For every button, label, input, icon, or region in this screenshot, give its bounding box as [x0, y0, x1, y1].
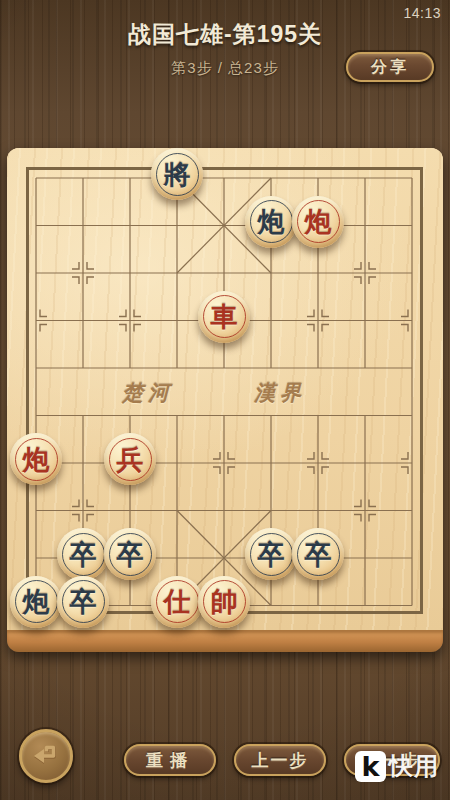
- piece-glyph: 卒: [258, 541, 285, 568]
- xiangqi-board[interactable]: 楚河 漢界 將炮炮車炮兵卒卒卒卒炮卒仕帥: [7, 148, 443, 652]
- piece-glyph: 炮: [258, 208, 285, 235]
- piece-black-卒[interactable]: 卒: [57, 576, 109, 628]
- piece-black-炮[interactable]: 炮: [245, 196, 297, 248]
- piece-black-卒[interactable]: 卒: [292, 528, 344, 580]
- piece-black-卒[interactable]: 卒: [57, 528, 109, 580]
- piece-red-炮[interactable]: 炮: [10, 433, 62, 485]
- pieces-layer: 將炮炮車炮兵卒卒卒卒炮卒仕帥: [13, 154, 436, 629]
- piece-glyph: 炮: [23, 588, 50, 615]
- piece-glyph: 炮: [305, 208, 332, 235]
- board-edge: [7, 630, 443, 652]
- piece-black-卒[interactable]: 卒: [104, 528, 156, 580]
- piece-glyph: 將: [164, 161, 191, 188]
- piece-red-兵[interactable]: 兵: [104, 433, 156, 485]
- watermark-logo: k: [355, 751, 386, 782]
- watermark: k 快用: [355, 750, 439, 782]
- piece-glyph: 仕: [164, 588, 191, 615]
- page-title: 战国七雄-第195关: [0, 19, 450, 50]
- piece-red-帥[interactable]: 帥: [198, 576, 250, 628]
- watermark-text: 快用: [389, 750, 439, 782]
- piece-glyph: 兵: [117, 446, 144, 473]
- piece-red-炮[interactable]: 炮: [292, 196, 344, 248]
- piece-glyph: 卒: [117, 541, 144, 568]
- piece-red-仕[interactable]: 仕: [151, 576, 203, 628]
- return-arrow-icon: [30, 742, 62, 770]
- piece-glyph: 卒: [305, 541, 332, 568]
- replay-button[interactable]: 重播: [124, 744, 216, 776]
- piece-black-炮[interactable]: 炮: [10, 576, 62, 628]
- prev-step-button[interactable]: 上一步: [234, 744, 326, 776]
- piece-glyph: 車: [211, 303, 238, 330]
- piece-glyph: 卒: [70, 588, 97, 615]
- piece-glyph: 卒: [70, 541, 97, 568]
- piece-black-卒[interactable]: 卒: [245, 528, 297, 580]
- piece-glyph: 帥: [211, 588, 238, 615]
- piece-black-將[interactable]: 將: [151, 148, 203, 200]
- piece-glyph: 炮: [23, 446, 50, 473]
- share-button[interactable]: 分享: [346, 52, 434, 82]
- piece-red-車[interactable]: 車: [198, 291, 250, 343]
- back-button[interactable]: [19, 729, 73, 783]
